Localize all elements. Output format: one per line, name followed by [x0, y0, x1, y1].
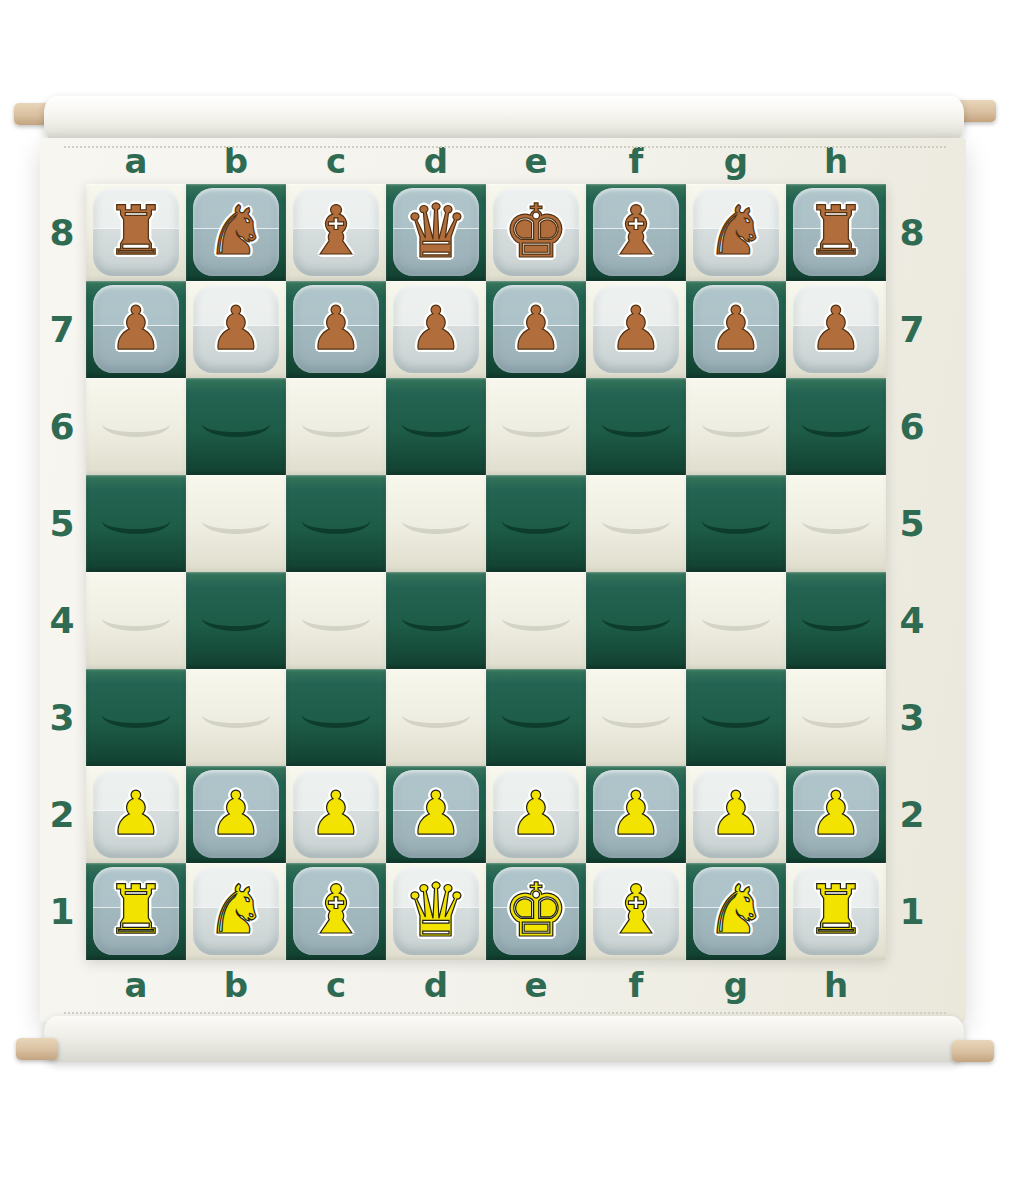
- piece-white-bishop[interactable]: ♝: [306, 876, 367, 944]
- pocket-slot: [502, 613, 570, 631]
- square-g5[interactable]: [686, 475, 786, 572]
- square-c1[interactable]: ♝: [286, 863, 386, 960]
- piece-white-rook[interactable]: ♜: [106, 876, 167, 944]
- pocket-slot: [102, 419, 170, 437]
- square-b5[interactable]: [186, 475, 286, 572]
- piece-white-knight[interactable]: ♞: [206, 876, 267, 944]
- piece-white-pawn[interactable]: ♟: [209, 783, 263, 843]
- square-h4[interactable]: [786, 572, 886, 669]
- square-f1[interactable]: ♝: [586, 863, 686, 960]
- pocket-slot: [502, 516, 570, 534]
- pocket-slot: [502, 419, 570, 437]
- pocket-slot: [202, 613, 270, 631]
- square-a5[interactable]: [86, 475, 186, 572]
- square-b1[interactable]: ♞: [186, 863, 286, 960]
- piece-black-pawn[interactable]: ♟: [209, 298, 263, 358]
- piece-white-pawn[interactable]: ♟: [809, 783, 863, 843]
- rank-label-5: 5: [892, 475, 932, 572]
- hanging-rod-end-bottom-right: [952, 1040, 994, 1062]
- square-a1[interactable]: ♜: [86, 863, 186, 960]
- pocket-slot: [802, 516, 870, 534]
- pocket-slot: [602, 516, 670, 534]
- pocket-slot: [802, 419, 870, 437]
- square-g3[interactable]: [686, 669, 786, 766]
- file-label-f: f: [586, 964, 686, 1006]
- rank-labels-right: 87654321: [892, 184, 932, 960]
- piece-black-pawn[interactable]: ♟: [509, 298, 563, 358]
- piece-black-rook[interactable]: ♜: [806, 197, 867, 265]
- file-labels-bottom: abcdefgh: [86, 964, 886, 1006]
- square-f3[interactable]: [586, 669, 686, 766]
- pocket-slot: [402, 419, 470, 437]
- pocket-slot: [102, 710, 170, 728]
- square-h5[interactable]: [786, 475, 886, 572]
- piece-black-bishop[interactable]: ♝: [606, 197, 667, 265]
- piece-white-knight[interactable]: ♞: [706, 876, 767, 944]
- pocket-slot: [202, 710, 270, 728]
- square-e1[interactable]: ♚: [486, 863, 586, 960]
- square-h7[interactable]: ♟: [786, 281, 886, 378]
- square-c3[interactable]: [286, 669, 386, 766]
- rank-label-6: 6: [892, 378, 932, 475]
- square-b8[interactable]: ♞: [186, 184, 286, 281]
- square-f5[interactable]: [586, 475, 686, 572]
- file-label-b: b: [186, 964, 286, 1006]
- pocket-slot: [802, 710, 870, 728]
- pocket-slot: [702, 710, 770, 728]
- file-label-a: a: [86, 964, 186, 1006]
- square-h8[interactable]: ♜: [786, 184, 886, 281]
- chess-board: ♜♞♝♛♚♝♞♜♟♟♟♟♟♟♟♟♟♟♟♟♟♟♟♟♜♞♝♛♚♝♞♜: [86, 184, 886, 960]
- square-h1[interactable]: ♜: [786, 863, 886, 960]
- piece-black-pawn[interactable]: ♟: [709, 298, 763, 358]
- piece-white-pawn[interactable]: ♟: [509, 783, 563, 843]
- piece-black-king[interactable]: ♚: [503, 194, 569, 268]
- rank-label-8: 8: [892, 184, 932, 281]
- square-e2[interactable]: ♟: [486, 766, 586, 863]
- square-e5[interactable]: [486, 475, 586, 572]
- rank-labels-left: 87654321: [42, 184, 82, 960]
- demo-board-scene: abcdefgh 87654321 ♜♞♝♛♚♝♞♜♟♟♟♟♟♟♟♟♟♟♟♟♟♟…: [0, 0, 1010, 1200]
- pocket-slot: [702, 419, 770, 437]
- piece-black-pawn[interactable]: ♟: [109, 298, 163, 358]
- top-roller-tube: [44, 96, 964, 142]
- pocket-slot: [802, 613, 870, 631]
- pocket-slot: [702, 516, 770, 534]
- square-a6[interactable]: [86, 378, 186, 475]
- piece-white-pawn[interactable]: ♟: [109, 783, 163, 843]
- rank-label-1: 1: [42, 863, 82, 960]
- square-a7[interactable]: ♟: [86, 281, 186, 378]
- top-stitch-line: [64, 146, 946, 148]
- piece-white-pawn[interactable]: ♟: [709, 783, 763, 843]
- square-d4[interactable]: [386, 572, 486, 669]
- square-d2[interactable]: ♟: [386, 766, 486, 863]
- piece-black-pawn[interactable]: ♟: [409, 298, 463, 358]
- pocket-slot: [302, 613, 370, 631]
- rank-label-7: 7: [892, 281, 932, 378]
- square-g2[interactable]: ♟: [686, 766, 786, 863]
- piece-black-rook[interactable]: ♜: [106, 197, 167, 265]
- square-a8[interactable]: ♜: [86, 184, 186, 281]
- square-f8[interactable]: ♝: [586, 184, 686, 281]
- piece-black-pawn[interactable]: ♟: [809, 298, 863, 358]
- square-e4[interactable]: [486, 572, 586, 669]
- file-label-e: e: [486, 964, 586, 1006]
- pocket-slot: [102, 613, 170, 631]
- square-e7[interactable]: ♟: [486, 281, 586, 378]
- pocket-slot: [302, 419, 370, 437]
- rank-label-2: 2: [892, 766, 932, 863]
- pocket-slot: [202, 516, 270, 534]
- file-label-g: g: [686, 964, 786, 1006]
- square-c7[interactable]: ♟: [286, 281, 386, 378]
- board-banner: abcdefgh 87654321 ♜♞♝♛♚♝♞♜♟♟♟♟♟♟♟♟♟♟♟♟♟♟…: [40, 138, 966, 1022]
- square-c8[interactable]: ♝: [286, 184, 386, 281]
- square-g1[interactable]: ♞: [686, 863, 786, 960]
- square-a4[interactable]: [86, 572, 186, 669]
- piece-white-pawn[interactable]: ♟: [409, 783, 463, 843]
- square-b2[interactable]: ♟: [186, 766, 286, 863]
- square-e6[interactable]: [486, 378, 586, 475]
- pocket-slot: [402, 710, 470, 728]
- square-a3[interactable]: [86, 669, 186, 766]
- pocket-slot: [402, 516, 470, 534]
- square-g7[interactable]: ♟: [686, 281, 786, 378]
- square-h3[interactable]: [786, 669, 886, 766]
- pocket-slot: [602, 613, 670, 631]
- square-g8[interactable]: ♞: [686, 184, 786, 281]
- pocket-slot: [302, 516, 370, 534]
- square-d5[interactable]: [386, 475, 486, 572]
- rank-label-4: 4: [892, 572, 932, 669]
- piece-white-queen[interactable]: ♛: [403, 873, 469, 947]
- piece-black-pawn[interactable]: ♟: [609, 298, 663, 358]
- rank-label-3: 3: [42, 669, 82, 766]
- pocket-slot: [602, 710, 670, 728]
- piece-black-queen[interactable]: ♛: [403, 194, 469, 268]
- square-c2[interactable]: ♟: [286, 766, 386, 863]
- square-f6[interactable]: [586, 378, 686, 475]
- piece-white-pawn[interactable]: ♟: [309, 783, 363, 843]
- pocket-slot: [502, 710, 570, 728]
- square-g4[interactable]: [686, 572, 786, 669]
- file-label-c: c: [286, 964, 386, 1006]
- pocket-slot: [202, 419, 270, 437]
- square-a2[interactable]: ♟: [86, 766, 186, 863]
- pocket-slot: [402, 613, 470, 631]
- rank-label-8: 8: [42, 184, 82, 281]
- rank-label-1: 1: [892, 863, 932, 960]
- square-b4[interactable]: [186, 572, 286, 669]
- file-label-h: h: [786, 964, 886, 1006]
- square-b7[interactable]: ♟: [186, 281, 286, 378]
- square-f7[interactable]: ♟: [586, 281, 686, 378]
- square-f2[interactable]: ♟: [586, 766, 686, 863]
- bottom-roller-tube: [44, 1016, 964, 1062]
- square-c5[interactable]: [286, 475, 386, 572]
- pocket-slot: [602, 419, 670, 437]
- piece-white-king[interactable]: ♚: [503, 873, 569, 947]
- bottom-stitch-line: [64, 1012, 946, 1014]
- hanging-rod-end-bottom-left: [16, 1038, 58, 1060]
- rank-label-7: 7: [42, 281, 82, 378]
- piece-white-rook[interactable]: ♜: [806, 876, 867, 944]
- rank-label-4: 4: [42, 572, 82, 669]
- square-h2[interactable]: ♟: [786, 766, 886, 863]
- piece-black-knight[interactable]: ♞: [706, 197, 767, 265]
- piece-white-bishop[interactable]: ♝: [606, 876, 667, 944]
- file-label-d: d: [386, 964, 486, 1006]
- rank-label-5: 5: [42, 475, 82, 572]
- pocket-slot: [302, 710, 370, 728]
- pocket-slot: [102, 516, 170, 534]
- square-d8[interactable]: ♛: [386, 184, 486, 281]
- piece-white-pawn[interactable]: ♟: [609, 783, 663, 843]
- square-c4[interactable]: [286, 572, 386, 669]
- square-h6[interactable]: [786, 378, 886, 475]
- square-b3[interactable]: [186, 669, 286, 766]
- square-c6[interactable]: [286, 378, 386, 475]
- square-f4[interactable]: [586, 572, 686, 669]
- square-e8[interactable]: ♚: [486, 184, 586, 281]
- piece-black-bishop[interactable]: ♝: [306, 197, 367, 265]
- square-e3[interactable]: [486, 669, 586, 766]
- pocket-slot: [702, 613, 770, 631]
- square-g6[interactable]: [686, 378, 786, 475]
- piece-black-knight[interactable]: ♞: [206, 197, 267, 265]
- square-b6[interactable]: [186, 378, 286, 475]
- square-d7[interactable]: ♟: [386, 281, 486, 378]
- square-d6[interactable]: [386, 378, 486, 475]
- square-d3[interactable]: [386, 669, 486, 766]
- rank-label-3: 3: [892, 669, 932, 766]
- rank-label-6: 6: [42, 378, 82, 475]
- square-d1[interactable]: ♛: [386, 863, 486, 960]
- piece-black-pawn[interactable]: ♟: [309, 298, 363, 358]
- rank-label-2: 2: [42, 766, 82, 863]
